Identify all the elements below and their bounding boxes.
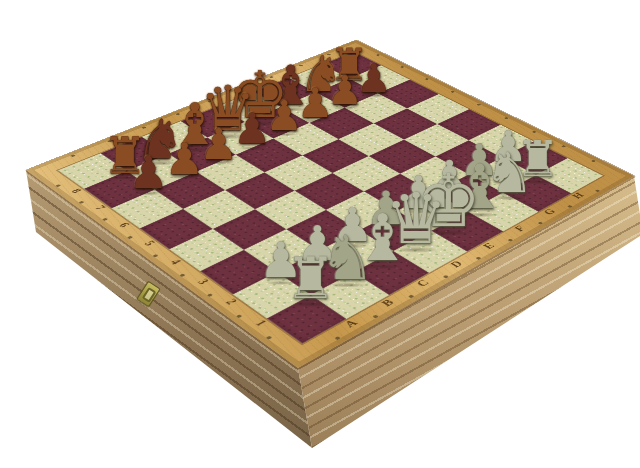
- pieces-layer: ♜♞♝♛♚♝♞♜♟♟♟♟♟♟♟♟♟♟♟♟♟♟♟♟♜♞♝♛♚♝♞♜: [0, 0, 640, 468]
- chess-set-photo: ABCDEFGH12345678 ♜♞♝♛♚♝♞♜♟♟♟♟♟♟♟♟♟♟♟♟♟♟♟…: [0, 0, 640, 468]
- piece-white-rook[interactable]: ♜: [285, 251, 336, 308]
- piece-black-pawn[interactable]: ♟: [128, 151, 168, 196]
- piece-black-pawn[interactable]: ♟: [200, 122, 238, 165]
- piece-black-pawn[interactable]: ♟: [233, 109, 271, 151]
- piece-black-pawn[interactable]: ♟: [165, 137, 204, 181]
